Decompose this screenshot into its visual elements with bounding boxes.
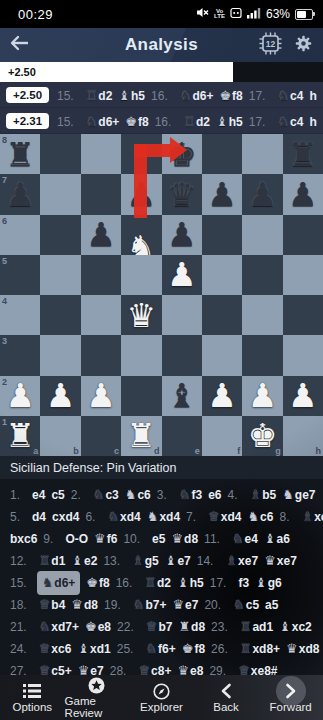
white-figurine-icon: ♛ [39,598,51,611]
white-figurine-icon: ♞ [39,620,51,633]
move-token[interactable]: ♛xc6 [39,638,72,660]
move-arrow-head [170,137,187,163]
square-h5[interactable] [283,255,323,295]
piece-white-p-f2: ♟ [202,376,242,416]
move-number: 20. [204,594,227,616]
move-number: 19. [104,594,127,616]
square-c6[interactable]: ♟ [81,215,121,255]
white-figurine-icon: ♞ [107,510,119,523]
piece-white-p-h2: ♟ [283,376,323,416]
mute-icon [196,5,209,23]
piece-black-p-g7: ♟ [242,174,282,214]
square-g5[interactable] [242,255,282,295]
move-token[interactable]: ♛xd4 [208,506,241,528]
white-figurine-icon: ♞ [180,89,192,102]
square-a8[interactable]: 8♜ [0,134,40,174]
black-figurine-icon: ♝ [255,576,267,589]
square-d5[interactable] [121,255,161,295]
move-token[interactable]: ♞xd4 [147,506,180,528]
square-a1[interactable]: 1a♜ [0,416,40,456]
black-figurine-icon: ♝ [216,115,228,128]
move-token[interactable]: ♜d2 [183,115,210,129]
move-number: 16. [116,572,139,594]
move-number: 4. [227,484,243,506]
move-number: 16. [151,89,174,103]
piece-white-p-e5: ♟ [162,255,202,295]
nav-back-label: Back [213,701,239,713]
move-token[interactable]: ♛e7 [172,594,198,616]
square-c7[interactable] [81,174,121,214]
black-figurine-icon: ♞ [147,510,159,523]
status-bar: 00:29 VoLTE 63% [0,0,323,28]
engine-line-2[interactable]: +2.31 15.♞d6+♚f816.♜d2♝h517.♞c4h618.... [0,108,323,134]
move-token[interactable]: ♝xd1 [77,638,110,660]
evaluation-value: +2.50 [0,66,36,78]
move-token[interactable]: ♝a6 [264,528,290,550]
square-a7[interactable]: 7♟ [0,174,40,214]
move-list-line-8: 24.♛xc6♝xd125.♞f6+♚f826.♜xd8+♛xd8 [10,637,323,659]
square-d2[interactable] [121,376,161,416]
square-h3[interactable] [283,335,323,375]
square-b7[interactable] [40,174,80,214]
move-token[interactable]: ♞b7+ [133,594,167,616]
move-number: 11. [204,528,226,550]
eval-badge-2: +2.31 [6,113,49,129]
file-label-g: g [275,446,281,456]
square-f2[interactable]: ♟ [202,376,242,416]
move-number: 10. [123,528,146,550]
move-number: 7. [186,506,202,528]
square-h1[interactable]: h [283,416,323,456]
square-e3[interactable] [162,335,202,375]
white-figurine-icon: ♛ [208,510,220,523]
move-number: 15. [57,115,80,129]
move-token[interactable]: ♞d6+ [180,89,214,103]
move-token[interactable]: d4 [32,506,46,528]
black-figurine-icon: ♛ [71,598,83,611]
move-token[interactable]: ♞c6 [247,506,273,528]
square-d4[interactable]: ♛ [121,295,161,335]
square-d6[interactable]: ♞ [121,215,161,255]
square-f8[interactable] [202,134,242,174]
white-figurine-icon: ♜ [86,89,98,102]
move-number: 1. [10,484,26,506]
evaluation-bar-white: +2.50 [0,62,233,82]
move-token[interactable]: ♝xe7 [225,550,258,572]
square-a4[interactable]: 4 [0,295,40,335]
move-number: 17. [249,89,272,103]
move-token[interactable]: ♚f8 [125,115,148,129]
signal-icon [247,5,261,23]
move-token[interactable]: a5 [265,594,278,616]
black-figurine-icon: ♝ [177,576,189,589]
battery-icon [295,9,313,20]
square-b3[interactable] [40,335,80,375]
black-figurine-icon: ♚ [219,89,231,102]
chevron-left-icon [220,682,232,700]
square-f4[interactable] [202,295,242,335]
piece-black-p-f7: ♟ [202,174,242,214]
square-d3[interactable] [121,335,161,375]
move-token[interactable]: ♞e4 [232,528,258,550]
options-list-icon [23,682,41,700]
move-token[interactable]: ♛f6 [94,528,117,550]
move-token[interactable]: ♞c3 [93,484,119,506]
nav-game-review-label: Game Review [65,695,130,719]
move-token[interactable]: h6 [309,115,317,129]
move-number: 8. [279,506,295,528]
move-list-line-2: 5.d4cxd46.♞xd4♞xd47.♛xd4♞c68.♝xc6 [10,505,323,527]
move-token[interactable]: ♜d1 [39,550,66,572]
nav-forward[interactable]: Forward [258,675,323,720]
move-token[interactable]: ♛d8 [171,528,198,550]
square-g1[interactable]: g♚ [242,416,282,456]
piece-black-p-a7: ♟ [0,174,40,214]
move-number: 15. [10,572,33,594]
battery-fill [297,11,306,18]
move-number: 21. [10,616,33,638]
black-figurine-icon: ♛ [171,532,183,545]
move-number: 15. [57,89,80,103]
square-g6[interactable] [242,215,282,255]
move-token[interactable]: e4 [32,484,45,506]
white-figurine-icon: ♞ [233,598,245,611]
square-h4[interactable] [283,295,323,335]
move-number: 22. [117,616,140,638]
move-number: 24. [10,638,33,660]
white-figurine-icon: ♞ [133,598,145,611]
move-list-line-4: 12.♜d1♝e213.♝g5♝e714.♝xe7♛xe7 [10,549,323,571]
piece-white-p-g2: ♟ [242,376,282,416]
nav-explorer[interactable]: Explorer [129,675,194,720]
move-number: 12. [10,550,33,572]
move-number: 17. [210,572,233,594]
black-figurine-icon: ♞ [282,488,294,501]
square-g8[interactable] [242,134,282,174]
move-token[interactable]: ♝e2 [71,550,97,572]
move-token[interactable]: ♛d8 [71,594,98,616]
eval-badge-1: +2.50 [6,87,49,103]
move-token[interactable]: ♞c4 [277,89,303,103]
square-b8[interactable] [40,134,80,174]
move-token[interactable]: ♝g6 [255,572,282,594]
white-figurine-icon: ♝ [132,554,144,567]
move-token[interactable]: e6 [208,484,221,506]
nav-explorer-label: Explorer [140,701,183,713]
white-figurine-icon: ♞ [93,488,105,501]
move-token[interactable]: ♜d2 [86,89,113,103]
piece-white-q-d4: ♛ [121,295,161,335]
badge-icon [230,5,242,23]
white-figurine-icon: ♜ [240,642,252,655]
square-h6[interactable] [283,215,323,255]
move-token[interactable]: ♝xc6 [301,506,323,528]
move-token[interactable]: ♝h5 [118,89,145,103]
piece-white-r-d1: ♜ [121,416,161,456]
square-c2[interactable]: ♟ [81,376,121,416]
move-number: 26. [211,638,234,660]
black-figurine-icon: ♚ [182,642,194,655]
piece-black-p-h7: ♟ [283,174,323,214]
move-token[interactable]: ♚e8 [85,616,111,638]
white-figurine-icon: ♛ [39,642,51,655]
square-a2[interactable]: 2♟ [0,376,40,416]
white-figurine-icon: ♜ [240,620,252,633]
move-number: 16. [155,115,178,129]
opening-name: Sicilian Defense: Pin Variation [0,456,323,479]
engine-depth-label: 12 [266,38,276,48]
square-f5[interactable] [202,255,242,295]
move-token[interactable]: ♚f8 [219,89,242,103]
move-token[interactable]: ♚f8 [182,638,205,660]
move-token[interactable]: ♞c4 [277,115,303,129]
square-f3[interactable] [202,335,242,375]
move-token[interactable]: ♞f3 [179,484,202,506]
square-g3[interactable] [242,335,282,375]
piece-black-r-h8: ♜ [283,134,323,174]
move-token[interactable]: O-O [65,528,88,550]
move-token[interactable]: cxd4 [52,506,79,528]
move-arrow-corner [134,144,171,157]
move-number: 13. [103,550,126,572]
file-label-f: f [237,446,240,456]
file-label-d: d [154,446,160,456]
nav-back[interactable]: Back [194,675,259,720]
move-token[interactable]: ♞d6+ [37,571,81,595]
move-number: 17. [249,115,272,129]
square-e1[interactable]: e [162,416,202,456]
move-token[interactable]: ♛b4 [39,594,66,616]
file-label-a: a [33,446,38,456]
white-figurine-icon: ♜ [144,576,156,589]
move-token[interactable]: ♝g5 [132,550,159,572]
black-figurine-icon: ♞ [125,488,137,501]
file-label-h: h [316,446,322,456]
piece-black-p-e6: ♟ [162,215,202,255]
square-b2[interactable]: ♟ [40,376,80,416]
move-token[interactable]: bxc6 [10,528,37,550]
square-e6[interactable]: ♟ [162,215,202,255]
black-figurine-icon: ♝ [264,532,276,545]
black-figurine-icon: ♛ [264,554,276,567]
move-token[interactable]: h6 [309,89,317,103]
piece-white-k-g1: ♚ [242,416,282,456]
rank-label-4: 4 [2,296,7,306]
star-circle-icon [88,676,105,694]
move-token[interactable]: ♜ad1 [240,616,273,638]
black-figurine-icon: ♜ [178,620,190,633]
white-figurine-icon: ♞ [145,642,157,655]
piece-white-p-c2: ♟ [81,376,121,416]
square-a3[interactable]: 3 [0,335,40,375]
square-h7[interactable]: ♟ [283,174,323,214]
square-e7[interactable]: ♛ [162,174,202,214]
move-token[interactable]: ♞ge7 [282,484,315,506]
piece-white-p-b2: ♟ [40,376,80,416]
white-figurine-icon: ♞ [277,115,289,128]
square-c4[interactable] [81,295,121,335]
square-h8[interactable]: ♜ [283,134,323,174]
square-c5[interactable] [81,255,121,295]
engine-line-1-moves: 15.♜d2♝h516.♞d6+♚f817.♞c4h618.... [57,86,317,104]
move-token[interactable]: ♞xd4 [107,506,140,528]
square-g4[interactable] [242,295,282,335]
nav-options[interactable]: Options [0,675,65,720]
black-figurine-icon: ♛ [286,642,298,655]
move-number: 23. [211,616,234,638]
move-list-line-7: 21.♞xd7+♚e822.♛b7♜d823.♜ad1♝xc2 [10,615,323,637]
square-e4[interactable] [162,295,202,335]
battery-percent: 63% [266,7,290,21]
square-f6[interactable] [202,215,242,255]
move-token[interactable]: ♜d8 [178,616,205,638]
file-label-c: c [114,446,119,456]
black-figurine-icon: ♝ [71,554,83,567]
white-figurine-icon: ♝ [250,488,262,501]
square-f7[interactable]: ♟ [202,174,242,214]
move-token[interactable]: e5 [152,528,165,550]
move-token[interactable]: ♝b5 [250,484,277,506]
engine-chip-icon[interactable]: 12 [259,32,282,59]
move-token[interactable]: ♛xe7 [264,550,297,572]
rank-label-6: 6 [2,216,7,226]
black-figurine-icon: ♚ [85,620,97,633]
rank-label-1: 1 [2,417,7,427]
piece-black-p-c6: ♟ [81,215,121,255]
white-figurine-icon: ♜ [183,115,195,128]
nav-game-review[interactable]: Game Review [65,675,130,720]
white-figurine-icon: ♞ [232,532,244,545]
square-f1[interactable]: f [202,416,242,456]
compass-icon [153,682,170,700]
file-label-e: e [195,446,200,456]
chess-board[interactable]: 8♜♚♜7♟♟♛♟♟♟6♟♞♟5♟4♛32♟♟♟♝♟♟♟1a♜bcd♜efg♚h [0,134,323,456]
white-figurine-icon: ♝ [301,510,313,523]
square-b6[interactable] [40,215,80,255]
move-token[interactable]: ♛b7 [146,616,173,638]
rank-label-2: 2 [2,377,7,387]
move-token[interactable]: f3 [238,572,249,594]
piece-black-r-a8: ♜ [0,134,40,174]
move-token[interactable]: ♝xc2 [279,616,312,638]
white-figurine-icon: ♞ [42,576,54,589]
move-number: 14. [197,550,220,572]
square-a5[interactable]: 5 [0,255,40,295]
gear-icon[interactable] [294,34,313,57]
square-a6[interactable]: 6 [0,215,40,255]
square-g7[interactable]: ♟ [242,174,282,214]
move-number: 9. [43,528,59,550]
move-token[interactable]: ♝e7 [165,550,191,572]
move-token[interactable]: ♝h5 [216,115,243,129]
move-token[interactable]: ♞c6 [125,484,151,506]
chevron-right-icon [285,682,297,700]
nav-options-label: Options [12,701,52,713]
move-token[interactable]: ♞f6+ [145,638,175,660]
white-figurine-icon: ♛ [146,620,158,633]
move-token[interactable]: ♞c5 [233,594,259,616]
piece-white-r-a1: ♜ [0,416,40,456]
white-figurine-icon: ♞ [179,488,191,501]
engine-lines: +2.50 15.♜d2♝h516.♞d6+♚f817.♞c4h618.... … [0,82,323,134]
black-figurine-icon: ♚ [86,576,98,589]
move-number: 3. [157,484,173,506]
move-token[interactable]: ♜d2 [144,572,171,594]
volte-icon: VoLTE [214,9,225,19]
move-list-line-1: 1.e4c52.♞c3♞c63.♞f3e64.♝b5♞ge7 [10,483,323,505]
white-figurine-icon: ♞ [277,89,289,102]
square-e5[interactable]: ♟ [162,255,202,295]
square-b5[interactable] [40,255,80,295]
file-label-b: b [73,446,79,456]
move-list-line-3: bxc69.O-O♛f610.e5♛d811.♞e4♝a6 [10,527,323,549]
move-token[interactable]: ♞xd7+ [39,616,79,638]
black-figurine-icon: ♛ [172,598,184,611]
square-c3[interactable] [81,335,121,375]
piece-black-q-e7: ♛ [162,174,202,214]
move-token[interactable]: ♜xd8+ [240,638,280,660]
header: Analysis 12 [0,28,323,62]
white-figurine-icon: ♝ [225,554,237,567]
move-list-line-5: 15.♞d6+♚f816.♜d2♝h517.f3♝g6 [10,571,323,593]
black-figurine-icon: ♝ [118,89,130,102]
move-number: 2. [71,484,87,506]
black-figurine-icon: ♝ [279,620,291,633]
square-h2[interactable]: ♟ [283,376,323,416]
piece-white-p-a2: ♟ [0,376,40,416]
evaluation-bar: +2.50 [0,62,323,82]
move-list-line-6: 18.♛b4♛d819.♞b7+♛e720.♞c5a5 [10,593,323,615]
black-figurine-icon: ♝ [77,642,89,655]
white-figurine-icon: ♞ [86,115,98,128]
move-token[interactable]: ♛xd8 [286,638,319,660]
piece-black-b-e2: ♝ [162,376,202,416]
square-d1[interactable]: d♜ [121,416,161,456]
move-number: 5. [10,506,26,528]
bottom-nav: Options Game Review Explorer Back Forwar… [0,675,323,720]
black-figurine-icon: ♝ [165,554,177,567]
back-arrow-icon[interactable] [10,34,40,56]
rank-label-5: 5 [2,256,7,266]
square-g2[interactable]: ♟ [242,376,282,416]
engine-line-1[interactable]: +2.50 15.♜d2♝h516.♞d6+♚f817.♞c4h618.... [0,82,323,108]
clock: 00:29 [10,7,53,22]
move-list[interactable]: 1.e4c52.♞c3♞c63.♞f3e64.♝b5♞ge75.d4cxd46.… [0,479,323,680]
black-figurine-icon: ♛ [94,532,106,545]
rank-label-7: 7 [2,175,7,185]
square-e2[interactable]: ♝ [162,376,202,416]
move-number: 6. [85,506,101,528]
move-number: 18. [10,594,33,616]
square-b4[interactable] [40,295,80,335]
rank-label-8: 8 [2,135,7,145]
square-c8[interactable] [81,134,121,174]
move-token[interactable]: c5 [51,484,64,506]
black-figurine-icon: ♞ [247,510,259,523]
rank-label-3: 3 [2,336,7,346]
move-token[interactable]: ♚f8 [86,572,109,594]
move-token[interactable]: ♝h5 [177,572,204,594]
move-token[interactable]: ♞d6+ [86,115,120,129]
black-figurine-icon: ♚ [125,115,137,128]
white-figurine-icon: ♜ [39,554,51,567]
square-c1[interactable]: c [81,416,121,456]
engine-line-2-moves: 15.♞d6+♚f816.♜d2♝h517.♞c4h618.... [57,112,317,130]
move-number: 25. [117,638,140,660]
square-b1[interactable]: b [40,416,80,456]
